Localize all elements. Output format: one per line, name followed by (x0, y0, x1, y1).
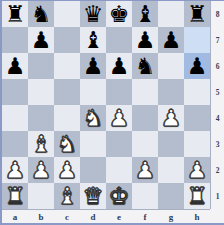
black-bishop: ♝ (83, 27, 104, 53)
square-h7[interactable] (184, 27, 210, 53)
square-h2[interactable]: ♟ (184, 157, 210, 183)
square-d6[interactable]: ♟ (80, 53, 106, 79)
black-knight: ♞ (31, 1, 52, 27)
square-b7[interactable]: ♟ (28, 27, 54, 53)
square-h6[interactable]: ♟ (184, 53, 210, 79)
square-e4[interactable]: ♟ (106, 105, 132, 131)
square-h5[interactable] (184, 79, 210, 105)
black-pawn: ♟ (187, 53, 208, 79)
black-pawn: ♟ (83, 53, 104, 79)
square-c2[interactable]: ♟ (54, 157, 80, 183)
chess-board: ♜♞♛♚♝♜♟♝♟♟♟♟♟♞♟♞♟♟♝♞♟♟♟♟♟♜♝♛♚♜ (2, 1, 210, 209)
rank-label-4: 4 (211, 105, 224, 131)
rank-label-7: 7 (211, 27, 224, 53)
file-label-a: a (2, 210, 28, 223)
square-c6[interactable] (54, 53, 80, 79)
square-b3[interactable]: ♝ (28, 131, 54, 157)
square-d7[interactable]: ♝ (80, 27, 106, 53)
square-b1[interactable] (28, 183, 54, 209)
rank-label-6: 6 (211, 53, 224, 79)
square-c1[interactable]: ♝ (54, 183, 80, 209)
square-h4[interactable] (184, 105, 210, 131)
square-d8[interactable]: ♛ (80, 1, 106, 27)
white-pawn: ♟ (161, 105, 182, 131)
file-label-e: e (106, 210, 132, 223)
square-f6[interactable]: ♞ (132, 53, 158, 79)
white-bishop: ♝ (57, 183, 78, 209)
black-pawn: ♟ (109, 53, 130, 79)
square-f8[interactable]: ♝ (132, 1, 158, 27)
square-b2[interactable]: ♟ (28, 157, 54, 183)
white-rook: ♜ (187, 183, 208, 209)
square-c8[interactable] (54, 1, 80, 27)
rank-label-8: 8 (211, 1, 224, 27)
file-label-c: c (54, 210, 80, 223)
square-f4[interactable] (132, 105, 158, 131)
file-label-f: f (132, 210, 158, 223)
square-a2[interactable]: ♟ (2, 157, 28, 183)
white-knight: ♞ (57, 131, 78, 157)
square-d5[interactable] (80, 79, 106, 105)
square-g7[interactable]: ♟ (158, 27, 184, 53)
square-e2[interactable] (106, 157, 132, 183)
square-b5[interactable] (28, 79, 54, 105)
white-pawn: ♟ (5, 157, 26, 183)
rank-label-1: 1 (211, 183, 224, 209)
square-e3[interactable] (106, 131, 132, 157)
square-e6[interactable]: ♟ (106, 53, 132, 79)
square-d1[interactable]: ♛ (80, 183, 106, 209)
white-pawn: ♟ (57, 157, 78, 183)
square-h3[interactable] (184, 131, 210, 157)
square-a4[interactable] (2, 105, 28, 131)
black-rook: ♜ (5, 1, 26, 27)
square-d2[interactable] (80, 157, 106, 183)
square-c3[interactable]: ♞ (54, 131, 80, 157)
square-f2[interactable]: ♟ (132, 157, 158, 183)
black-pawn: ♟ (31, 27, 52, 53)
white-queen: ♛ (83, 183, 104, 209)
white-pawn: ♟ (187, 157, 208, 183)
square-g2[interactable] (158, 157, 184, 183)
white-pawn: ♟ (31, 157, 52, 183)
rank-label-5: 5 (211, 79, 224, 105)
black-pawn: ♟ (5, 53, 26, 79)
black-bishop: ♝ (135, 1, 156, 27)
square-a6[interactable]: ♟ (2, 53, 28, 79)
black-pawn: ♟ (161, 27, 182, 53)
square-e5[interactable] (106, 79, 132, 105)
square-e1[interactable]: ♚ (106, 183, 132, 209)
black-pawn: ♟ (135, 27, 156, 53)
black-king: ♚ (109, 1, 130, 27)
black-rook: ♜ (187, 1, 208, 27)
square-a8[interactable]: ♜ (2, 1, 28, 27)
square-a7[interactable] (2, 27, 28, 53)
square-c4[interactable] (54, 105, 80, 131)
white-knight: ♞ (83, 105, 104, 131)
square-d4[interactable]: ♞ (80, 105, 106, 131)
square-e7[interactable] (106, 27, 132, 53)
black-queen: ♛ (83, 1, 104, 27)
white-bishop: ♝ (31, 131, 52, 157)
square-b8[interactable]: ♞ (28, 1, 54, 27)
white-pawn: ♟ (135, 157, 156, 183)
square-a3[interactable] (2, 131, 28, 157)
square-g4[interactable]: ♟ (158, 105, 184, 131)
file-label-g: g (158, 210, 184, 223)
square-h8[interactable]: ♜ (184, 1, 210, 27)
square-d3[interactable] (80, 131, 106, 157)
file-labels: abcdefgh (2, 209, 210, 223)
square-e8[interactable]: ♚ (106, 1, 132, 27)
square-f3[interactable] (132, 131, 158, 157)
file-label-b: b (28, 210, 54, 223)
rank-label-2: 2 (211, 157, 224, 183)
square-b4[interactable] (28, 105, 54, 131)
square-g5[interactable] (158, 79, 184, 105)
white-pawn: ♟ (109, 105, 130, 131)
square-b6[interactable] (28, 53, 54, 79)
square-a1[interactable]: ♜ (2, 183, 28, 209)
square-g6[interactable] (158, 53, 184, 79)
square-g3[interactable] (158, 131, 184, 157)
white-king: ♚ (109, 183, 130, 209)
rank-label-3: 3 (211, 131, 224, 157)
square-f7[interactable]: ♟ (132, 27, 158, 53)
rank-labels: 87654321 (210, 1, 224, 209)
square-a5[interactable] (2, 79, 28, 105)
square-h1[interactable]: ♜ (184, 183, 210, 209)
square-c5[interactable] (54, 79, 80, 105)
square-f5[interactable] (132, 79, 158, 105)
square-c7[interactable] (54, 27, 80, 53)
file-label-h: h (184, 210, 210, 223)
square-g8[interactable] (158, 1, 184, 27)
black-knight: ♞ (135, 53, 156, 79)
white-rook: ♜ (5, 183, 26, 209)
square-f1[interactable] (132, 183, 158, 209)
file-label-d: d (80, 210, 106, 223)
square-g1[interactable] (158, 183, 184, 209)
chess-board-frame: ♜♞♛♚♝♜♟♝♟♟♟♟♟♞♟♞♟♟♝♞♟♟♟♟♟♜♝♛♚♜ 87654321 … (0, 0, 224, 225)
frame-corner (210, 209, 224, 223)
